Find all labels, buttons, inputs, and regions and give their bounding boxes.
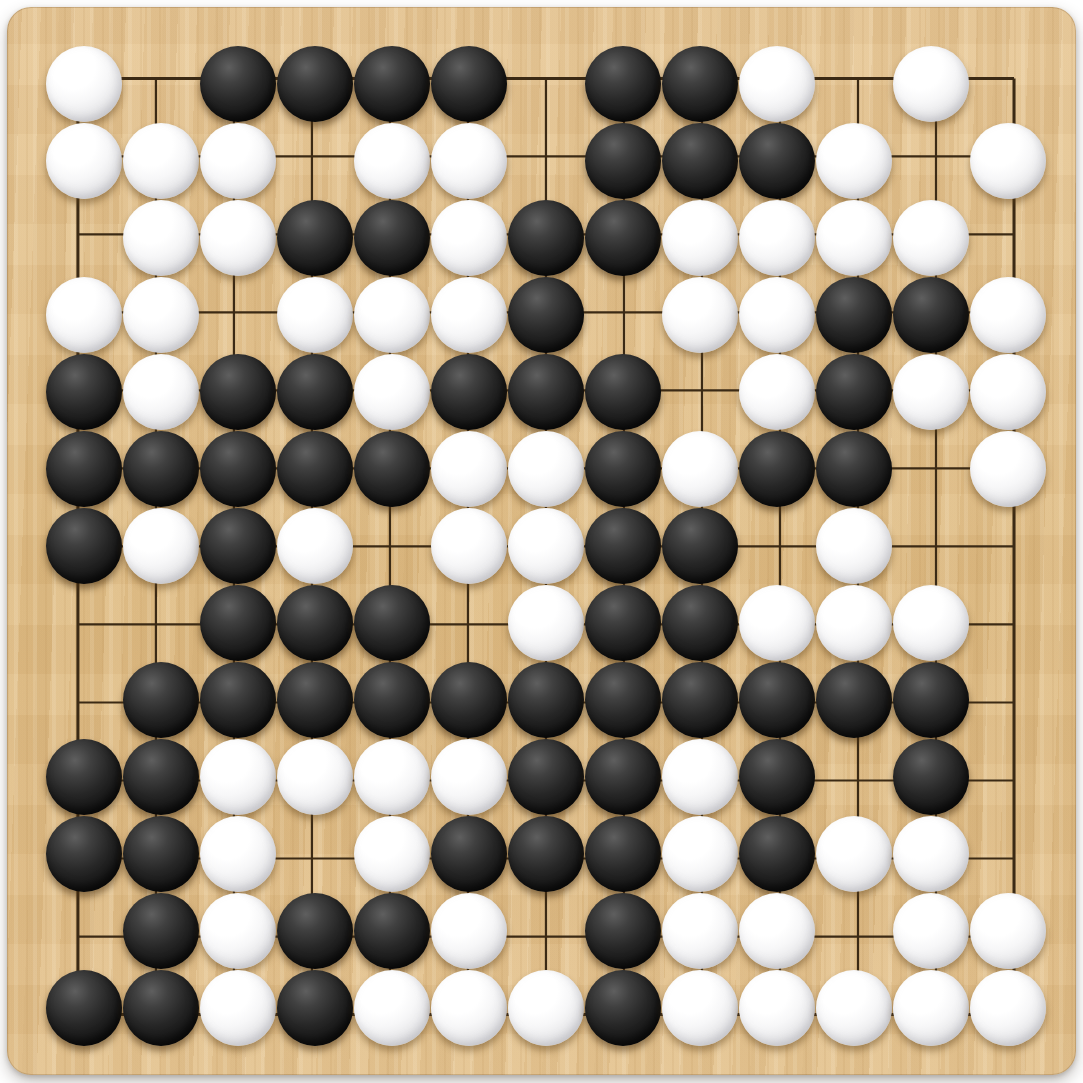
point-empty[interactable] — [662, 354, 739, 431]
black-stone — [816, 354, 892, 430]
black-stone — [46, 739, 122, 815]
black-stone — [46, 816, 122, 892]
point-black-stone[interactable] — [893, 277, 970, 354]
white-stone — [123, 123, 199, 199]
stones-grid — [46, 46, 1047, 1047]
black-stone — [893, 277, 969, 353]
black-stone — [123, 816, 199, 892]
white-stone — [739, 200, 815, 276]
black-stone — [585, 431, 661, 507]
point-empty[interactable] — [893, 508, 970, 585]
point-black-stone[interactable] — [200, 46, 277, 123]
black-stone — [508, 816, 584, 892]
point-white-stone[interactable] — [431, 200, 508, 277]
black-stone — [585, 354, 661, 430]
point-black-stone[interactable] — [123, 970, 200, 1047]
point-black-stone[interactable] — [46, 508, 123, 585]
point-white-stone[interactable] — [200, 739, 277, 816]
black-stone — [585, 970, 661, 1046]
white-stone — [200, 123, 276, 199]
black-stone — [277, 662, 353, 738]
black-stone — [739, 739, 815, 815]
point-black-stone[interactable] — [662, 123, 739, 200]
point-black-stone[interactable] — [585, 662, 662, 739]
point-white-stone[interactable] — [354, 739, 431, 816]
white-stone — [123, 508, 199, 584]
point-empty[interactable] — [970, 585, 1047, 662]
point-white-stone[interactable] — [431, 970, 508, 1047]
point-white-stone[interactable] — [970, 970, 1047, 1047]
white-stone — [739, 585, 815, 661]
point-black-stone[interactable] — [739, 123, 816, 200]
point-white-stone[interactable] — [816, 200, 893, 277]
white-stone — [200, 816, 276, 892]
black-stone — [431, 662, 507, 738]
point-black-stone[interactable] — [585, 46, 662, 123]
white-stone — [277, 739, 353, 815]
black-stone — [585, 893, 661, 969]
go-app — [0, 0, 1083, 1083]
black-stone — [662, 662, 738, 738]
point-white-stone[interactable] — [739, 354, 816, 431]
white-stone — [508, 431, 584, 507]
white-stone — [662, 277, 738, 353]
point-black-stone[interactable] — [354, 46, 431, 123]
black-stone — [585, 739, 661, 815]
white-stone — [431, 893, 507, 969]
point-white-stone[interactable] — [739, 970, 816, 1047]
black-stone — [662, 46, 738, 122]
point-black-stone[interactable] — [508, 816, 585, 893]
white-stone — [431, 431, 507, 507]
point-white-stone[interactable] — [816, 970, 893, 1047]
white-stone — [123, 354, 199, 430]
point-empty[interactable] — [508, 46, 585, 123]
point-white-stone[interactable] — [662, 277, 739, 354]
black-stone — [200, 508, 276, 584]
black-stone — [585, 508, 661, 584]
point-black-stone[interactable] — [277, 893, 354, 970]
black-stone — [508, 662, 584, 738]
black-stone — [200, 585, 276, 661]
point-white-stone[interactable] — [970, 123, 1047, 200]
black-stone — [585, 46, 661, 122]
white-stone — [739, 277, 815, 353]
point-white-stone[interactable] — [816, 123, 893, 200]
point-black-stone[interactable] — [200, 662, 277, 739]
point-black-stone[interactable] — [508, 200, 585, 277]
point-black-stone[interactable] — [585, 354, 662, 431]
white-stone — [970, 277, 1046, 353]
point-black-stone[interactable] — [123, 662, 200, 739]
point-black-stone[interactable] — [739, 816, 816, 893]
point-black-stone[interactable] — [277, 431, 354, 508]
white-stone — [46, 123, 122, 199]
point-black-stone[interactable] — [816, 277, 893, 354]
black-stone — [431, 816, 507, 892]
black-stone — [123, 431, 199, 507]
point-black-stone[interactable] — [585, 970, 662, 1047]
point-white-stone[interactable] — [662, 431, 739, 508]
white-stone — [893, 816, 969, 892]
white-stone — [816, 200, 892, 276]
black-stone — [354, 585, 430, 661]
point-white-stone[interactable] — [277, 508, 354, 585]
white-stone — [431, 508, 507, 584]
point-white-stone[interactable] — [893, 200, 970, 277]
point-black-stone[interactable] — [431, 46, 508, 123]
point-black-stone[interactable] — [585, 200, 662, 277]
point-empty[interactable] — [970, 816, 1047, 893]
point-white-stone[interactable] — [816, 508, 893, 585]
point-white-stone[interactable] — [662, 739, 739, 816]
point-black-stone[interactable] — [46, 431, 123, 508]
point-black-stone[interactable] — [508, 739, 585, 816]
point-empty[interactable] — [508, 123, 585, 200]
black-stone — [585, 585, 661, 661]
white-stone — [662, 431, 738, 507]
white-stone — [662, 816, 738, 892]
white-stone — [200, 739, 276, 815]
point-white-stone[interactable] — [739, 585, 816, 662]
black-stone — [662, 508, 738, 584]
black-stone — [354, 662, 430, 738]
white-stone — [739, 970, 815, 1046]
point-white-stone[interactable] — [739, 200, 816, 277]
point-white-stone[interactable] — [46, 277, 123, 354]
black-stone — [431, 354, 507, 430]
point-empty[interactable] — [816, 46, 893, 123]
white-stone — [662, 739, 738, 815]
point-black-stone[interactable] — [739, 662, 816, 739]
white-stone — [893, 893, 969, 969]
white-stone — [508, 508, 584, 584]
point-white-stone[interactable] — [893, 46, 970, 123]
point-black-stone[interactable] — [662, 46, 739, 123]
point-black-stone[interactable] — [354, 431, 431, 508]
white-stone — [739, 354, 815, 430]
white-stone — [277, 508, 353, 584]
black-stone — [508, 200, 584, 276]
point-white-stone[interactable] — [354, 277, 431, 354]
point-white-stone[interactable] — [123, 277, 200, 354]
point-white-stone[interactable] — [123, 354, 200, 431]
black-stone — [816, 431, 892, 507]
white-stone — [816, 585, 892, 661]
white-stone — [662, 893, 738, 969]
point-black-stone[interactable] — [816, 354, 893, 431]
point-white-stone[interactable] — [431, 431, 508, 508]
white-stone — [739, 46, 815, 122]
point-empty[interactable] — [893, 431, 970, 508]
black-stone — [508, 354, 584, 430]
white-stone — [46, 277, 122, 353]
white-stone — [508, 970, 584, 1046]
point-empty[interactable] — [970, 46, 1047, 123]
point-empty[interactable] — [46, 585, 123, 662]
point-black-stone[interactable] — [354, 200, 431, 277]
black-stone — [46, 508, 122, 584]
point-white-stone[interactable] — [662, 816, 739, 893]
point-white-stone[interactable] — [46, 123, 123, 200]
point-empty[interactable] — [354, 508, 431, 585]
black-stone — [508, 277, 584, 353]
white-stone — [893, 970, 969, 1046]
point-white-stone[interactable] — [431, 739, 508, 816]
point-black-stone[interactable] — [816, 662, 893, 739]
point-white-stone[interactable] — [200, 893, 277, 970]
point-black-stone[interactable] — [46, 970, 123, 1047]
point-black-stone[interactable] — [893, 739, 970, 816]
white-stone — [123, 200, 199, 276]
point-black-stone[interactable] — [200, 354, 277, 431]
white-stone — [816, 123, 892, 199]
point-white-stone[interactable] — [662, 970, 739, 1047]
point-white-stone[interactable] — [46, 46, 123, 123]
point-empty[interactable] — [123, 585, 200, 662]
point-black-stone[interactable] — [200, 508, 277, 585]
point-white-stone[interactable] — [123, 508, 200, 585]
black-stone — [662, 585, 738, 661]
point-black-stone[interactable] — [585, 816, 662, 893]
point-white-stone[interactable] — [200, 123, 277, 200]
point-white-stone[interactable] — [662, 200, 739, 277]
point-white-stone[interactable] — [893, 354, 970, 431]
point-white-stone[interactable] — [893, 816, 970, 893]
point-black-stone[interactable] — [123, 431, 200, 508]
point-black-stone[interactable] — [123, 739, 200, 816]
white-stone — [277, 277, 353, 353]
black-stone — [354, 431, 430, 507]
black-stone — [277, 431, 353, 507]
point-empty[interactable] — [46, 200, 123, 277]
white-stone — [200, 200, 276, 276]
point-empty[interactable] — [123, 46, 200, 123]
black-stone — [123, 739, 199, 815]
point-white-stone[interactable] — [200, 200, 277, 277]
point-black-stone[interactable] — [662, 585, 739, 662]
point-empty[interactable] — [970, 662, 1047, 739]
black-stone — [585, 662, 661, 738]
point-white-stone[interactable] — [970, 354, 1047, 431]
point-white-stone[interactable] — [816, 816, 893, 893]
point-white-stone[interactable] — [354, 970, 431, 1047]
black-stone — [739, 662, 815, 738]
white-stone — [200, 893, 276, 969]
point-white-stone[interactable] — [508, 508, 585, 585]
point-white-stone[interactable] — [354, 816, 431, 893]
point-white-stone[interactable] — [970, 431, 1047, 508]
black-stone — [739, 431, 815, 507]
point-white-stone[interactable] — [739, 46, 816, 123]
point-white-stone[interactable] — [970, 893, 1047, 970]
white-stone — [970, 431, 1046, 507]
black-stone — [739, 123, 815, 199]
white-stone — [431, 200, 507, 276]
black-stone — [46, 970, 122, 1046]
point-black-stone[interactable] — [46, 816, 123, 893]
white-stone — [970, 123, 1046, 199]
white-stone — [893, 585, 969, 661]
black-stone — [508, 739, 584, 815]
white-stone — [816, 970, 892, 1046]
point-black-stone[interactable] — [46, 354, 123, 431]
point-empty[interactable] — [893, 123, 970, 200]
point-white-stone[interactable] — [123, 200, 200, 277]
point-black-stone[interactable] — [277, 354, 354, 431]
white-stone — [123, 277, 199, 353]
point-black-stone[interactable] — [585, 585, 662, 662]
point-empty[interactable] — [739, 508, 816, 585]
black-stone — [200, 46, 276, 122]
white-stone — [893, 46, 969, 122]
black-stone — [431, 46, 507, 122]
point-black-stone[interactable] — [893, 662, 970, 739]
black-stone — [662, 123, 738, 199]
point-empty[interactable] — [46, 893, 123, 970]
point-empty[interactable] — [431, 585, 508, 662]
point-black-stone[interactable] — [585, 893, 662, 970]
point-black-stone[interactable] — [354, 662, 431, 739]
point-empty[interactable] — [277, 123, 354, 200]
black-stone — [46, 431, 122, 507]
white-stone — [431, 123, 507, 199]
black-stone — [123, 970, 199, 1046]
black-stone — [277, 970, 353, 1046]
point-white-stone[interactable] — [354, 123, 431, 200]
point-white-stone[interactable] — [893, 970, 970, 1047]
white-stone — [431, 277, 507, 353]
point-white-stone[interactable] — [739, 277, 816, 354]
point-black-stone[interactable] — [277, 585, 354, 662]
point-black-stone[interactable] — [123, 893, 200, 970]
black-stone — [277, 46, 353, 122]
point-white-stone[interactable] — [200, 970, 277, 1047]
point-empty[interactable] — [46, 662, 123, 739]
point-black-stone[interactable] — [816, 431, 893, 508]
point-empty[interactable] — [585, 277, 662, 354]
black-stone — [585, 816, 661, 892]
black-stone — [585, 123, 661, 199]
black-stone — [200, 662, 276, 738]
point-black-stone[interactable] — [508, 277, 585, 354]
point-black-stone[interactable] — [277, 970, 354, 1047]
point-black-stone[interactable] — [585, 123, 662, 200]
point-white-stone[interactable] — [739, 893, 816, 970]
point-empty[interactable] — [816, 739, 893, 816]
point-white-stone[interactable] — [123, 123, 200, 200]
point-black-stone[interactable] — [123, 816, 200, 893]
black-stone — [123, 662, 199, 738]
black-stone — [277, 200, 353, 276]
point-black-stone[interactable] — [277, 200, 354, 277]
point-black-stone[interactable] — [431, 816, 508, 893]
white-stone — [970, 354, 1046, 430]
point-white-stone[interactable] — [277, 277, 354, 354]
point-white-stone[interactable] — [508, 431, 585, 508]
point-black-stone[interactable] — [354, 893, 431, 970]
black-stone — [893, 662, 969, 738]
go-board — [7, 7, 1076, 1075]
point-black-stone[interactable] — [585, 739, 662, 816]
point-white-stone[interactable] — [277, 739, 354, 816]
point-white-stone[interactable] — [816, 585, 893, 662]
white-stone — [431, 970, 507, 1046]
point-black-stone[interactable] — [585, 431, 662, 508]
black-stone — [277, 893, 353, 969]
black-stone — [816, 662, 892, 738]
point-black-stone[interactable] — [585, 508, 662, 585]
point-white-stone[interactable] — [431, 508, 508, 585]
point-black-stone[interactable] — [662, 662, 739, 739]
point-white-stone[interactable] — [354, 354, 431, 431]
point-black-stone[interactable] — [739, 431, 816, 508]
white-stone — [662, 200, 738, 276]
point-black-stone[interactable] — [431, 354, 508, 431]
point-white-stone[interactable] — [970, 277, 1047, 354]
white-stone — [354, 739, 430, 815]
point-white-stone[interactable] — [200, 816, 277, 893]
point-white-stone[interactable] — [508, 970, 585, 1047]
black-stone — [739, 816, 815, 892]
point-empty[interactable] — [277, 816, 354, 893]
black-stone — [123, 893, 199, 969]
point-white-stone[interactable] — [508, 585, 585, 662]
white-stone — [354, 277, 430, 353]
black-stone — [585, 200, 661, 276]
point-black-stone[interactable] — [431, 662, 508, 739]
black-stone — [200, 431, 276, 507]
black-stone — [354, 200, 430, 276]
point-white-stone[interactable] — [431, 893, 508, 970]
white-stone — [893, 200, 969, 276]
point-empty[interactable] — [508, 893, 585, 970]
black-stone — [354, 893, 430, 969]
point-black-stone[interactable] — [277, 46, 354, 123]
black-stone — [46, 354, 122, 430]
point-empty[interactable] — [200, 277, 277, 354]
point-black-stone[interactable] — [739, 739, 816, 816]
white-stone — [816, 816, 892, 892]
point-black-stone[interactable] — [277, 662, 354, 739]
black-stone — [354, 46, 430, 122]
point-empty[interactable] — [970, 508, 1047, 585]
black-stone — [893, 739, 969, 815]
point-empty[interactable] — [970, 739, 1047, 816]
white-stone — [816, 508, 892, 584]
point-empty[interactable] — [970, 200, 1047, 277]
point-black-stone[interactable] — [508, 662, 585, 739]
white-stone — [739, 893, 815, 969]
point-white-stone[interactable] — [431, 123, 508, 200]
point-white-stone[interactable] — [893, 585, 970, 662]
point-black-stone[interactable] — [46, 739, 123, 816]
white-stone — [508, 585, 584, 661]
point-black-stone[interactable] — [200, 431, 277, 508]
point-empty[interactable] — [816, 893, 893, 970]
point-black-stone[interactable] — [354, 585, 431, 662]
point-white-stone[interactable] — [431, 277, 508, 354]
black-stone — [277, 354, 353, 430]
white-stone — [354, 970, 430, 1046]
white-stone — [970, 970, 1046, 1046]
point-black-stone[interactable] — [200, 585, 277, 662]
point-black-stone[interactable] — [662, 508, 739, 585]
white-stone — [354, 816, 430, 892]
point-white-stone[interactable] — [893, 893, 970, 970]
point-white-stone[interactable] — [662, 893, 739, 970]
point-black-stone[interactable] — [508, 354, 585, 431]
